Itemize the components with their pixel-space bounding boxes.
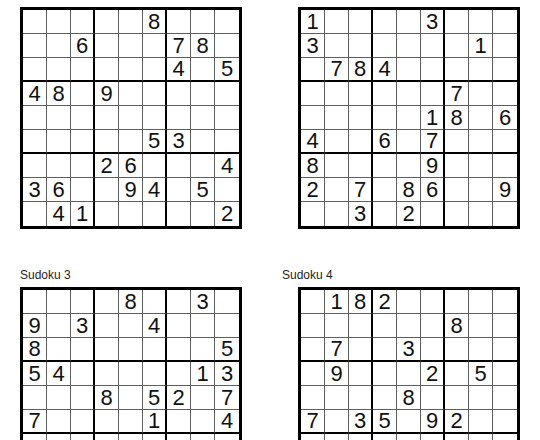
- sudoku-2-cell-r3c8: [469, 58, 493, 82]
- sudoku-4-title: Sudoku 4: [282, 268, 520, 282]
- sudoku-4-cell-r1c8: [469, 290, 493, 314]
- sudoku-1-cell-r6c3: [71, 130, 95, 154]
- sudoku-1-cell-r7c7: [167, 154, 191, 178]
- sudoku-1-cell-r3c9: 5: [215, 58, 239, 82]
- sudoku-2-cell-r1c5: [397, 10, 421, 34]
- sudoku-3-cell-r1c4: [95, 290, 119, 314]
- sudoku-3-cell-r7c2: [47, 434, 71, 440]
- sudoku-3-cell-r6c2: [47, 410, 71, 434]
- sudoku-3-cell-r2c5: [119, 314, 143, 338]
- sudoku-2-cell-r4c2: [325, 82, 349, 106]
- sudoku-3-cell-r2c9: [215, 314, 239, 338]
- sudoku-3-cell-r5c2: [47, 386, 71, 410]
- sudoku-3-cell-r4c8: 1: [191, 362, 215, 386]
- sudoku-2-cell-r1c1: 1: [301, 10, 325, 34]
- sudoku-4-cell-r2c6: [421, 314, 445, 338]
- sudoku-3-cell-r7c8: [191, 434, 215, 440]
- sudoku-4-cell-r6c8: [469, 410, 493, 434]
- sudoku-1-cell-r5c8: [191, 106, 215, 130]
- sudoku-3-cell-r7c7: [167, 434, 191, 440]
- sudoku-4-cell-r2c2: [325, 314, 349, 338]
- sudoku-4-cell-r4c4: [373, 362, 397, 386]
- sudoku-4-cell-r6c1: 7: [301, 410, 325, 434]
- sudoku-1-cell-r5c9: [215, 106, 239, 130]
- sudoku-3-cell-r3c3: [71, 338, 95, 362]
- sudoku-4-cell-r4c1: [301, 362, 325, 386]
- sudoku-3-cell-r1c6: [143, 290, 167, 314]
- sudoku-2-cell-r5c1: [301, 106, 325, 130]
- sudoku-1-cell-r1c1: [23, 10, 47, 34]
- sudoku-1-block: Sudoku 1 8678454895326436945412: [20, 0, 242, 229]
- sudoku-1-cell-r3c7: 4: [167, 58, 191, 82]
- sudoku-1-cell-r9c4: [95, 202, 119, 226]
- sudoku-2-grid: 13317847186467892786932: [298, 7, 520, 229]
- sudoku-2-cell-r4c5: [397, 82, 421, 106]
- sudoku-1-cell-r7c4: 2: [95, 154, 119, 178]
- sudoku-1-cell-r7c1: [23, 154, 47, 178]
- sudoku-2-cell-r8c1: 2: [301, 178, 325, 202]
- sudoku-4-cell-r4c6: 2: [421, 362, 445, 386]
- sudoku-2-cell-r8c5: 8: [397, 178, 421, 202]
- sudoku-1-cell-r1c8: [191, 10, 215, 34]
- sudoku-4-cell-r4c9: [493, 362, 517, 386]
- sudoku-3-cell-r4c7: [167, 362, 191, 386]
- sudoku-4-cell-r3c3: [349, 338, 373, 362]
- sudoku-2-cell-r8c6: 6: [421, 178, 445, 202]
- sudoku-4-cell-r7c2: [325, 434, 349, 440]
- sudoku-2-cell-r2c5: [397, 34, 421, 58]
- sudoku-2-cell-r8c8: [469, 178, 493, 202]
- sudoku-4-cell-r1c4: 2: [373, 290, 397, 314]
- sudoku-1-cell-r3c4: [95, 58, 119, 82]
- sudoku-1-cell-r2c7: 7: [167, 34, 191, 58]
- sudoku-3-cell-r2c6: 4: [143, 314, 167, 338]
- sudoku-2-cell-r2c2: [325, 34, 349, 58]
- sudoku-3-cell-r3c6: [143, 338, 167, 362]
- sudoku-4-cell-r6c7: 2: [445, 410, 469, 434]
- sudoku-2-cell-r9c1: [301, 202, 325, 226]
- sudoku-3-cell-r4c2: 4: [47, 362, 71, 386]
- sudoku-2-cell-r4c7: 7: [445, 82, 469, 106]
- sudoku-2-cell-r8c4: [373, 178, 397, 202]
- sudoku-1-cell-r9c9: 2: [215, 202, 239, 226]
- sudoku-2-title: Sudoku 2: [282, 0, 520, 2]
- sudoku-1-cell-r8c6: 4: [143, 178, 167, 202]
- sudoku-3-cell-r2c1: 9: [23, 314, 47, 338]
- sudoku-4-cell-r3c1: [301, 338, 325, 362]
- sudoku-4-cell-r3c5: 3: [397, 338, 421, 362]
- sudoku-1-cell-r6c8: [191, 130, 215, 154]
- sudoku-1-cell-r9c6: [143, 202, 167, 226]
- sudoku-3-cell-r6c8: [191, 410, 215, 434]
- sudoku-2-cell-r9c6: [421, 202, 445, 226]
- sudoku-4-cell-r4c2: 9: [325, 362, 349, 386]
- sudoku-1-cell-r8c5: 9: [119, 178, 143, 202]
- sudoku-2-cell-r8c9: 9: [493, 178, 517, 202]
- sudoku-2-cell-r6c2: [325, 130, 349, 154]
- sudoku-4-cell-r1c6: [421, 290, 445, 314]
- sudoku-1-title: Sudoku 1: [20, 0, 242, 2]
- sudoku-4-cell-r7c9: [493, 434, 517, 440]
- sudoku-2-cell-r4c8: [469, 82, 493, 106]
- sudoku-2-cell-r6c3: [349, 130, 373, 154]
- sudoku-2-cell-r1c8: [469, 10, 493, 34]
- sudoku-3-cell-r5c7: 2: [167, 386, 191, 410]
- sudoku-1-cell-r2c6: [143, 34, 167, 58]
- sudoku-3-cell-r6c3: [71, 410, 95, 434]
- sudoku-2-cell-r5c9: 6: [493, 106, 517, 130]
- sudoku-2-cell-r5c4: [373, 106, 397, 130]
- sudoku-1-cell-r7c5: 6: [119, 154, 143, 178]
- sudoku-4-cell-r4c5: [397, 362, 421, 386]
- sudoku-2-cell-r6c6: 7: [421, 130, 445, 154]
- sudoku-1-cell-r4c3: [71, 82, 95, 106]
- sudoku-4-cell-r5c8: [469, 386, 493, 410]
- sudoku-4-cell-r7c6: [421, 434, 445, 440]
- sudoku-1-cell-r4c6: [143, 82, 167, 106]
- sudoku-1-cell-r8c4: [95, 178, 119, 202]
- sudoku-1-cell-r7c8: [191, 154, 215, 178]
- sudoku-4-cell-r5c5: 8: [397, 386, 421, 410]
- sudoku-3-cell-r7c3: [71, 434, 95, 440]
- sudoku-2-cell-r3c9: [493, 58, 517, 82]
- sudoku-3-cell-r2c7: [167, 314, 191, 338]
- sudoku-4-cell-r7c3: [349, 434, 373, 440]
- sudoku-2-cell-r4c4: [373, 82, 397, 106]
- sudoku-2-cell-r7c5: [397, 154, 421, 178]
- sudoku-2-cell-r2c7: [445, 34, 469, 58]
- sudoku-4-cell-r3c7: [445, 338, 469, 362]
- sudoku-1-cell-r6c5: [119, 130, 143, 154]
- sudoku-4-cell-r5c2: [325, 386, 349, 410]
- sudoku-2-cell-r5c2: [325, 106, 349, 130]
- sudoku-1-cell-r3c3: [71, 58, 95, 82]
- sudoku-1-cell-r9c7: [167, 202, 191, 226]
- sudoku-4-cell-r2c5: [397, 314, 421, 338]
- sudoku-3-cell-r4c4: [95, 362, 119, 386]
- sudoku-2-cell-r7c9: [493, 154, 517, 178]
- sudoku-4-cell-r5c7: [445, 386, 469, 410]
- sudoku-4-cell-r6c9: [493, 410, 517, 434]
- sudoku-4-cell-r2c8: [469, 314, 493, 338]
- sudoku-2-cell-r1c4: [373, 10, 397, 34]
- sudoku-2-cell-r2c1: 3: [301, 34, 325, 58]
- sudoku-3-cell-r5c8: [191, 386, 215, 410]
- sudoku-2-cell-r7c8: [469, 154, 493, 178]
- sudoku-2-cell-r2c3: [349, 34, 373, 58]
- sudoku-3-title: Sudoku 3: [20, 268, 242, 282]
- sudoku-1-cell-r3c6: [143, 58, 167, 82]
- sudoku-1-cell-r9c1: [23, 202, 47, 226]
- sudoku-1-cell-r6c9: [215, 130, 239, 154]
- sudoku-3-cell-r3c8: [191, 338, 215, 362]
- sudoku-1-cell-r6c1: [23, 130, 47, 154]
- sudoku-3-cell-r5c6: 5: [143, 386, 167, 410]
- sudoku-1-cell-r4c7: [167, 82, 191, 106]
- sudoku-1-cell-r2c3: 6: [71, 34, 95, 58]
- sudoku-2-cell-r4c6: [421, 82, 445, 106]
- sudoku-3-cell-r4c1: 5: [23, 362, 47, 386]
- sudoku-1-cell-r3c2: [47, 58, 71, 82]
- sudoku-2-cell-r4c1: [301, 82, 325, 106]
- sudoku-3-cell-r3c7: [167, 338, 191, 362]
- sudoku-3-cell-r3c5: [119, 338, 143, 362]
- sudoku-1-cell-r2c4: [95, 34, 119, 58]
- sudoku-1-cell-r2c5: [119, 34, 143, 58]
- sudoku-3-cell-r1c8: 3: [191, 290, 215, 314]
- sudoku-4-cell-r5c1: [301, 386, 325, 410]
- sudoku-4-cell-r7c4: [373, 434, 397, 440]
- sudoku-2-cell-r3c6: [421, 58, 445, 82]
- sudoku-2-cell-r2c8: 1: [469, 34, 493, 58]
- sudoku-1-cell-r1c7: [167, 10, 191, 34]
- sudoku-2-cell-r7c6: 9: [421, 154, 445, 178]
- sudoku-1-cell-r8c3: [71, 178, 95, 202]
- sudoku-3-cell-r6c4: [95, 410, 119, 434]
- sudoku-3-cell-r7c4: [95, 434, 119, 440]
- sudoku-4-cell-r3c8: [469, 338, 493, 362]
- sudoku-1-cell-r2c8: 8: [191, 34, 215, 58]
- sudoku-2-cell-r6c8: [469, 130, 493, 154]
- sudoku-2-cell-r8c7: [445, 178, 469, 202]
- sudoku-1-cell-r7c2: [47, 154, 71, 178]
- sudoku-3-cell-r5c9: 7: [215, 386, 239, 410]
- sudoku-4-cell-r6c4: 5: [373, 410, 397, 434]
- sudoku-4-cell-r2c7: 8: [445, 314, 469, 338]
- sudoku-1-cell-r4c8: [191, 82, 215, 106]
- sudoku-4-cell-r3c2: 7: [325, 338, 349, 362]
- sudoku-1-cell-r7c9: 4: [215, 154, 239, 178]
- sudoku-2-cell-r9c3: 3: [349, 202, 373, 226]
- sudoku-3-cell-r7c9: [215, 434, 239, 440]
- sudoku-3-cell-r1c2: [47, 290, 71, 314]
- sudoku-1-cell-r4c4: 9: [95, 82, 119, 106]
- sudoku-3-cell-r1c7: [167, 290, 191, 314]
- sudoku-1-cell-r4c1: 4: [23, 82, 47, 106]
- sudoku-2-cell-r7c7: [445, 154, 469, 178]
- sudoku-1-cell-r6c2: [47, 130, 71, 154]
- sudoku-1-cell-r1c9: [215, 10, 239, 34]
- sudoku-1-cell-r2c9: [215, 34, 239, 58]
- sudoku-4-cell-r4c7: [445, 362, 469, 386]
- sudoku-4-cell-r6c2: [325, 410, 349, 434]
- sudoku-1-cell-r9c5: [119, 202, 143, 226]
- sudoku-4-cell-r7c1: [301, 434, 325, 440]
- sudoku-4-grid: 182873925873592: [298, 287, 520, 440]
- sudoku-2-cell-r2c6: [421, 34, 445, 58]
- sudoku-4-cell-r2c9: [493, 314, 517, 338]
- sudoku-4-cell-r2c1: [301, 314, 325, 338]
- sudoku-4-cell-r5c6: [421, 386, 445, 410]
- sudoku-4-cell-r2c4: [373, 314, 397, 338]
- sudoku-1-cell-r8c7: [167, 178, 191, 202]
- sudoku-4-cell-r5c9: [493, 386, 517, 410]
- sudoku-3-cell-r4c6: [143, 362, 167, 386]
- sudoku-4-cell-r4c8: 5: [469, 362, 493, 386]
- sudoku-2-cell-r2c4: [373, 34, 397, 58]
- sudoku-3-cell-r5c4: 8: [95, 386, 119, 410]
- sudoku-3-cell-r1c3: [71, 290, 95, 314]
- sudoku-2-cell-r9c8: [469, 202, 493, 226]
- sudoku-3-cell-r6c6: 1: [143, 410, 167, 434]
- sudoku-2-cell-r9c2: [325, 202, 349, 226]
- sudoku-4-cell-r3c9: [493, 338, 517, 362]
- sudoku-3-cell-r1c9: [215, 290, 239, 314]
- sudoku-3-cell-r5c1: [23, 386, 47, 410]
- sudoku-2-cell-r7c4: [373, 154, 397, 178]
- sudoku-3-cell-r7c6: [143, 434, 167, 440]
- sudoku-1-cell-r4c2: 8: [47, 82, 71, 106]
- sudoku-1-cell-r6c6: 5: [143, 130, 167, 154]
- sudoku-1-cell-r5c3: [71, 106, 95, 130]
- sudoku-2-cell-r6c5: [397, 130, 421, 154]
- sudoku-3-block: Sudoku 3 839348554138527714: [20, 268, 242, 440]
- sudoku-1-cell-r3c1: [23, 58, 47, 82]
- sudoku-2-cell-r5c6: 1: [421, 106, 445, 130]
- sudoku-1-cell-r1c6: 8: [143, 10, 167, 34]
- sudoku-4-cell-r1c5: [397, 290, 421, 314]
- sudoku-3-cell-r7c5: [119, 434, 143, 440]
- sudoku-3-cell-r3c1: 8: [23, 338, 47, 362]
- sudoku-2-cell-r4c3: [349, 82, 373, 106]
- sudoku-2-block: Sudoku 2 13317847186467892786932: [282, 0, 520, 229]
- sudoku-4-cell-r2c3: [349, 314, 373, 338]
- sudoku-1-cell-r6c4: [95, 130, 119, 154]
- sudoku-2-cell-r7c2: [325, 154, 349, 178]
- sudoku-3-cell-r6c1: 7: [23, 410, 47, 434]
- sudoku-2-cell-r9c5: 2: [397, 202, 421, 226]
- sudoku-2-cell-r6c1: 4: [301, 130, 325, 154]
- sudoku-2-cell-r3c3: 8: [349, 58, 373, 82]
- sudoku-3-cell-r1c5: 8: [119, 290, 143, 314]
- sudoku-1-cell-r8c2: 6: [47, 178, 71, 202]
- sudoku-3-cell-r2c8: [191, 314, 215, 338]
- sudoku-2-cell-r1c3: [349, 10, 373, 34]
- sudoku-2-cell-r7c1: 8: [301, 154, 325, 178]
- sudoku-2-cell-r3c5: [397, 58, 421, 82]
- sudoku-3-cell-r2c2: [47, 314, 71, 338]
- sudoku-4-cell-r1c1: [301, 290, 325, 314]
- sudoku-1-cell-r5c1: [23, 106, 47, 130]
- sudoku-1-cell-r7c3: [71, 154, 95, 178]
- sudoku-4-cell-r7c7: [445, 434, 469, 440]
- sudoku-2-cell-r1c7: [445, 10, 469, 34]
- sudoku-3-cell-r3c2: [47, 338, 71, 362]
- sudoku-1-cell-r1c3: [71, 10, 95, 34]
- sudoku-3-cell-r4c3: [71, 362, 95, 386]
- sudoku-4-cell-r4c3: [349, 362, 373, 386]
- sudoku-2-cell-r3c2: 7: [325, 58, 349, 82]
- sudoku-3-cell-r6c5: [119, 410, 143, 434]
- sudoku-3-cell-r3c9: 5: [215, 338, 239, 362]
- sudoku-2-cell-r5c5: [397, 106, 421, 130]
- sudoku-3-cell-r2c4: [95, 314, 119, 338]
- sudoku-1-cell-r5c6: [143, 106, 167, 130]
- sudoku-2-cell-r9c4: [373, 202, 397, 226]
- sudoku-2-cell-r1c2: [325, 10, 349, 34]
- sudoku-2-cell-r3c4: 4: [373, 58, 397, 82]
- sudoku-3-cell-r6c7: [167, 410, 191, 434]
- sudoku-1-cell-r2c1: [23, 34, 47, 58]
- sudoku-3-cell-r5c5: [119, 386, 143, 410]
- sudoku-3-cell-r7c1: [23, 434, 47, 440]
- sudoku-1-cell-r9c2: 4: [47, 202, 71, 226]
- sudoku-4-cell-r5c4: [373, 386, 397, 410]
- sudoku-1-cell-r8c9: [215, 178, 239, 202]
- sudoku-3-cell-r4c9: 3: [215, 362, 239, 386]
- sudoku-4-cell-r6c5: [397, 410, 421, 434]
- sudoku-3-cell-r2c3: 3: [71, 314, 95, 338]
- sudoku-2-cell-r5c8: [469, 106, 493, 130]
- sudoku-1-cell-r8c8: 5: [191, 178, 215, 202]
- sudoku-3-cell-r1c1: [23, 290, 47, 314]
- sudoku-4-cell-r1c3: 8: [349, 290, 373, 314]
- sudoku-1-cell-r8c1: 3: [23, 178, 47, 202]
- sudoku-1-cell-r1c5: [119, 10, 143, 34]
- sudoku-1-cell-r5c5: [119, 106, 143, 130]
- sudoku-1-cell-r4c9: [215, 82, 239, 106]
- sudoku-1-cell-r9c3: 1: [71, 202, 95, 226]
- sudoku-4-cell-r5c3: [349, 386, 373, 410]
- sudoku-3-grid: 839348554138527714: [20, 287, 242, 440]
- sudoku-2-cell-r1c9: [493, 10, 517, 34]
- sudoku-2-cell-r8c3: 7: [349, 178, 373, 202]
- sudoku-3-cell-r6c9: 4: [215, 410, 239, 434]
- sudoku-1-cell-r5c4: [95, 106, 119, 130]
- sudoku-1-cell-r9c8: [191, 202, 215, 226]
- sudoku-1-cell-r1c2: [47, 10, 71, 34]
- sudoku-4-cell-r3c4: [373, 338, 397, 362]
- sudoku-2-cell-r6c4: 6: [373, 130, 397, 154]
- sudoku-1-cell-r5c7: [167, 106, 191, 130]
- sudoku-2-cell-r6c7: [445, 130, 469, 154]
- sudoku-4-block: Sudoku 4 182873925873592: [282, 268, 520, 440]
- sudoku-2-cell-r1c6: 3: [421, 10, 445, 34]
- sudoku-3-cell-r5c3: [71, 386, 95, 410]
- sudoku-2-cell-r2c9: [493, 34, 517, 58]
- sudoku-1-cell-r4c5: [119, 82, 143, 106]
- sudoku-4-cell-r7c5: [397, 434, 421, 440]
- sudoku-1-cell-r2c2: [47, 34, 71, 58]
- sudoku-4-cell-r3c6: [421, 338, 445, 362]
- sudoku-1-cell-r3c8: [191, 58, 215, 82]
- sudoku-2-cell-r9c9: [493, 202, 517, 226]
- sudoku-4-cell-r7c8: [469, 434, 493, 440]
- sudoku-2-cell-r5c3: [349, 106, 373, 130]
- sudoku-4-cell-r6c3: 3: [349, 410, 373, 434]
- sudoku-sheet: Sudoku 1 8678454895326436945412 Sudoku 2…: [0, 0, 540, 440]
- sudoku-3-cell-r4c5: [119, 362, 143, 386]
- sudoku-2-cell-r5c7: 8: [445, 106, 469, 130]
- sudoku-1-cell-r6c7: 3: [167, 130, 191, 154]
- sudoku-1-cell-r3c5: [119, 58, 143, 82]
- sudoku-1-cell-r5c2: [47, 106, 71, 130]
- sudoku-2-cell-r6c9: [493, 130, 517, 154]
- sudoku-1-cell-r1c4: [95, 10, 119, 34]
- sudoku-1-cell-r7c6: [143, 154, 167, 178]
- sudoku-2-cell-r8c2: [325, 178, 349, 202]
- sudoku-2-cell-r3c7: [445, 58, 469, 82]
- sudoku-2-cell-r9c7: [445, 202, 469, 226]
- sudoku-2-cell-r4c9: [493, 82, 517, 106]
- sudoku-4-cell-r1c7: [445, 290, 469, 314]
- sudoku-3-cell-r3c4: [95, 338, 119, 362]
- sudoku-4-cell-r6c6: 9: [421, 410, 445, 434]
- sudoku-4-cell-r1c2: 1: [325, 290, 349, 314]
- sudoku-1-grid: 8678454895326436945412: [20, 7, 242, 229]
- sudoku-2-cell-r3c1: [301, 58, 325, 82]
- sudoku-2-cell-r7c3: [349, 154, 373, 178]
